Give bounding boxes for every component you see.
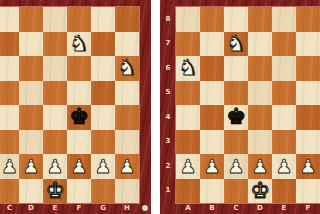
square-f4: ♚ [67, 105, 91, 130]
square-f6 [67, 56, 91, 81]
square-c7 [0, 32, 19, 57]
square-g6 [91, 56, 115, 81]
white-pawn-g2: ♟ [94, 157, 111, 176]
square-g4 [91, 105, 115, 130]
square-f5 [296, 81, 320, 106]
square-g8 [91, 7, 115, 32]
square-e7 [272, 32, 296, 57]
square-f8 [296, 7, 320, 32]
square-f3 [296, 130, 320, 155]
square-a7 [176, 32, 200, 57]
square-h3 [115, 130, 139, 155]
square-c6 [224, 56, 248, 81]
square-c8 [0, 7, 19, 32]
square-c5 [0, 81, 19, 106]
square-e2: ♟ [272, 154, 296, 179]
square-e1: ♚ [43, 179, 67, 204]
square-e4 [272, 105, 296, 130]
square-b4 [200, 105, 224, 130]
white-pawn-e2: ♟ [275, 157, 292, 176]
square-e7 [43, 32, 67, 57]
square-e8 [272, 7, 296, 32]
rank-label-7: 7 [166, 40, 171, 47]
white-pawn-c2: ♟ [1, 157, 18, 176]
square-h4 [115, 105, 139, 130]
square-f7: ♞ [67, 32, 91, 57]
white-knight-a6: ♞ [178, 57, 198, 79]
file-label-c: C [224, 205, 248, 212]
square-g5 [91, 81, 115, 106]
square-d1: ♚ [248, 179, 272, 204]
square-a5 [176, 81, 200, 106]
square-b5 [200, 81, 224, 106]
square-h1 [115, 179, 139, 204]
square-d8 [19, 7, 43, 32]
file-label-f: F [296, 205, 320, 212]
board-right-file-labels: ABCDEF [176, 203, 320, 214]
white-pawn-d2: ♟ [22, 157, 39, 176]
white-pawn-c2: ♟ [227, 157, 244, 176]
white-knight-h6: ♞ [117, 57, 137, 79]
square-f2: ♟ [67, 154, 91, 179]
square-e5 [272, 81, 296, 106]
white-king-e1: ♚ [45, 180, 65, 202]
board-right-rank-labels: 87654321 [160, 7, 176, 203]
white-knight-c7: ♞ [226, 33, 246, 55]
square-a8 [176, 7, 200, 32]
white-pawn-b2: ♟ [203, 157, 220, 176]
square-d2: ♟ [248, 154, 272, 179]
square-d8 [248, 7, 272, 32]
square-h6: ♞ [115, 56, 139, 81]
black-king-c4: ♚ [226, 106, 246, 128]
square-c6 [0, 56, 19, 81]
square-d4 [19, 105, 43, 130]
file-label-e: E [272, 205, 296, 212]
white-knight-f7: ♞ [69, 33, 89, 55]
square-b8 [200, 7, 224, 32]
white-pawn-h2: ♟ [118, 157, 135, 176]
square-b7 [200, 32, 224, 57]
square-h7 [115, 32, 139, 57]
square-e6 [43, 56, 67, 81]
white-pawn-f2: ♟ [70, 157, 87, 176]
square-c1 [0, 179, 19, 204]
square-a1 [176, 179, 200, 204]
white-pawn-e2: ♟ [46, 157, 63, 176]
square-g2: ♟ [91, 154, 115, 179]
rank-label-8: 8 [166, 16, 171, 23]
square-e1 [272, 179, 296, 204]
square-e3 [43, 130, 67, 155]
square-c5 [224, 81, 248, 106]
square-e2: ♟ [43, 154, 67, 179]
board-right-squares: ♞♞♚♟♟♟♟♟♟♚ [176, 7, 320, 203]
square-c3 [0, 130, 19, 155]
square-g1 [91, 179, 115, 204]
square-d5 [19, 81, 43, 106]
square-f1 [296, 179, 320, 204]
square-d7 [19, 32, 43, 57]
rank-label-1: 1 [166, 187, 171, 194]
square-c2: ♟ [224, 154, 248, 179]
square-d3 [19, 130, 43, 155]
square-d4 [248, 105, 272, 130]
white-pawn-a2: ♟ [179, 157, 196, 176]
square-f1 [67, 179, 91, 204]
black-king-f4: ♚ [69, 106, 89, 128]
square-e5 [43, 81, 67, 106]
chess-board-left: ♞♞♚♟♟♟♟♟♟♚ CDEFGH [0, 0, 151, 214]
square-h2: ♟ [115, 154, 139, 179]
square-a2: ♟ [176, 154, 200, 179]
square-c2: ♟ [0, 154, 19, 179]
file-label-h: H [115, 205, 139, 212]
square-d1 [19, 179, 43, 204]
square-b3 [200, 130, 224, 155]
file-label-g: G [91, 205, 115, 212]
square-g3 [91, 130, 115, 155]
square-f4 [296, 105, 320, 130]
square-e3 [272, 130, 296, 155]
square-f3 [67, 130, 91, 155]
square-e6 [272, 56, 296, 81]
square-c1 [224, 179, 248, 204]
square-c4: ♚ [224, 105, 248, 130]
square-h8 [115, 7, 139, 32]
square-a4 [176, 105, 200, 130]
square-f2: ♟ [296, 154, 320, 179]
white-pawn-f2: ♟ [299, 157, 316, 176]
square-d7 [248, 32, 272, 57]
square-e8 [43, 7, 67, 32]
rank-label-2: 2 [166, 163, 171, 170]
rank-label-6: 6 [166, 65, 171, 72]
square-c3 [224, 130, 248, 155]
file-label-c: C [0, 205, 19, 212]
square-c8 [224, 7, 248, 32]
square-g7 [91, 32, 115, 57]
square-b6 [200, 56, 224, 81]
file-label-f: F [67, 205, 91, 212]
rank-label-5: 5 [166, 89, 171, 96]
square-d2: ♟ [19, 154, 43, 179]
file-label-d: D [19, 205, 43, 212]
square-d5 [248, 81, 272, 106]
square-f5 [67, 81, 91, 106]
square-f7 [296, 32, 320, 57]
chess-board-right: 87654321 ♞♞♚♟♟♟♟♟♟♚ ABCDEF [160, 0, 320, 214]
white-to-move-indicator [142, 205, 148, 211]
square-a6: ♞ [176, 56, 200, 81]
square-b1 [200, 179, 224, 204]
rank-label-3: 3 [166, 138, 171, 145]
file-label-a: A [176, 205, 200, 212]
square-f8 [67, 7, 91, 32]
square-h5 [115, 81, 139, 106]
square-f6 [296, 56, 320, 81]
white-king-d1: ♚ [250, 180, 270, 202]
square-c7: ♞ [224, 32, 248, 57]
file-label-e: E [43, 205, 67, 212]
square-d3 [248, 130, 272, 155]
square-c4 [0, 105, 19, 130]
rank-label-4: 4 [166, 114, 171, 121]
white-pawn-d2: ♟ [251, 157, 268, 176]
square-d6 [248, 56, 272, 81]
square-e4 [43, 105, 67, 130]
square-d6 [19, 56, 43, 81]
file-label-b: B [200, 205, 224, 212]
file-label-d: D [248, 205, 272, 212]
square-b2: ♟ [200, 154, 224, 179]
square-a3 [176, 130, 200, 155]
board-left-squares: ♞♞♚♟♟♟♟♟♟♚ [0, 7, 139, 203]
board-left-file-labels: CDEFGH [0, 203, 139, 214]
